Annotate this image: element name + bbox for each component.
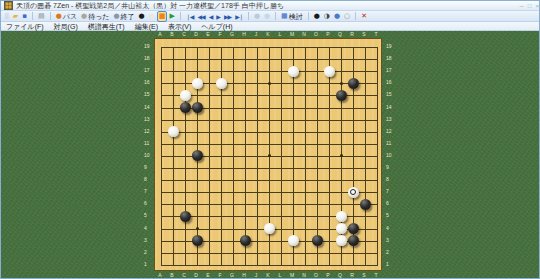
white-stone [288,66,299,77]
open-file-button[interactable]: ▰ [12,12,19,21]
grid-line-horizontal [161,204,378,205]
tool-b-button[interactable]: ● [263,12,271,21]
menu-replay[interactable]: 棋譜再生(T) [88,22,125,31]
star-point [340,154,343,157]
close-icon[interactable]: × [535,1,539,11]
pass-button[interactable]: ●パス [55,12,78,21]
black-stone-icon: ● [314,12,320,21]
column-letter-top: O [314,32,318,37]
back-10-icon: ◀◀ [198,12,205,21]
row-number-right: 14 [386,104,392,109]
white-stone [336,223,347,234]
row-number-right: 3 [386,237,389,242]
toolbar-separator [308,12,309,20]
last-move-icon: ▶❘ [235,12,243,21]
black-stone [348,235,359,246]
pale-stone-icon: ● [264,12,270,21]
menu-view[interactable]: 表示(V) [168,22,191,31]
column-letter-bottom: M [290,273,294,278]
first-move-icon: ❘◀ [186,12,194,21]
title-bar[interactable]: 天頂の囲碁 7Zen - 棋聖戦第2局／井山裕太（黒）対 一力遼棋聖／178手 … [1,1,540,11]
count-territory-button[interactable]: ◑ [323,12,331,21]
row-number-right: 12 [386,128,392,133]
save-icon: ▪ [22,12,27,21]
row-number-left: 9 [144,165,147,170]
row-number-left: 8 [144,177,147,182]
black-stone [240,235,251,246]
menu-edit[interactable]: 編集(E) [135,22,158,31]
menu-bar: ファイル(F)対局(G)棋譜再生(T)編集(E)表示(V)ヘルプ(H) [1,22,540,31]
app-icon [4,1,13,10]
column-letter-top: R [350,32,354,37]
app-window: 天頂の囲碁 7Zen - 棋聖戦第2局／井山裕太（黒）対 一力遼棋聖／178手 … [0,0,540,279]
black-stone [348,78,359,89]
black-stone [180,102,191,113]
black-stone [180,211,191,222]
column-letter-bottom: J [255,273,258,278]
column-letter-bottom: F [218,273,221,278]
row-number-right: 15 [386,92,392,97]
column-letter-bottom: N [302,273,306,278]
new-file-icon: ▯ [5,12,9,21]
row-number-left: 17 [144,68,150,73]
black-stone [336,90,347,101]
count-black-button[interactable]: ● [313,12,321,21]
column-letter-bottom: R [350,273,354,278]
black-stone [312,235,323,246]
gray-stone-icon: ● [81,12,87,21]
column-letter-top: L [279,32,282,37]
column-letter-bottom: L [279,273,282,278]
half-stone-icon: ◑ [324,12,330,21]
column-letter-bottom: G [230,273,234,278]
row-number-right: 19 [386,44,392,49]
toolbar-separator [248,12,249,20]
toolbar-separator [275,12,276,20]
column-letter-top: B [170,32,173,37]
column-letter-bottom: D [194,273,198,278]
count-blue-button[interactable]: ● [333,12,341,21]
black-stone [360,199,371,210]
minimize-icon[interactable]: ─ [520,1,524,11]
column-letter-bottom: H [242,273,246,278]
grid-line-vertical [317,47,318,266]
row-number-left: 2 [144,249,147,254]
grid-line-vertical [329,47,330,266]
last-move-marker-icon [350,189,356,195]
white-stone-button[interactable]: ● [148,12,156,21]
toolbar-separator [355,12,356,20]
column-letter-bottom: C [182,273,186,278]
black-stone-icon: ● [139,12,145,21]
grid-line-horizontal [161,180,378,181]
window-title: 天頂の囲碁 7Zen - 棋聖戦第2局／井山裕太（黒）対 一力遼棋聖／178手 … [16,1,284,11]
column-letter-bottom: O [314,273,318,278]
white-stone [192,78,203,89]
star-point [196,227,199,230]
row-number-left: 6 [144,201,147,206]
column-letter-top: Q [338,32,342,37]
forward-icon: ▶ [216,12,220,21]
orange-stone-icon: ● [56,12,62,21]
new-file-button[interactable]: ▯ [4,12,10,21]
column-letter-top: T [374,32,377,37]
white-stone [324,66,335,77]
end-button[interactable]: ●終了 [113,12,136,21]
print-button[interactable]: ▤ [37,12,46,21]
column-letter-top: M [290,32,294,37]
row-number-right: 10 [386,152,392,157]
star-point [340,82,343,85]
chart-icon: ▦ [281,12,288,21]
column-letter-top: H [242,32,246,37]
white-stone [216,78,227,89]
board-style-button[interactable]: ■ [158,12,167,21]
row-number-left: 13 [144,116,150,121]
toolbar: ▯▰▪▤●パス●待った●終了●●■▶❘◀◀◀◀▶▶▶▶❘●●▦検討●◑●○✕ [1,11,540,22]
column-letter-bottom: E [206,273,209,278]
column-letter-top: D [194,32,198,37]
nav-last-button[interactable]: ▶❘ [234,12,244,21]
black-stone [192,150,203,161]
row-number-left: 11 [144,140,149,145]
toolbar-separator [32,12,33,20]
delete-button[interactable]: ✕ [360,12,368,21]
grid-line-horizontal [161,265,378,266]
row-number-right: 4 [386,225,389,230]
back-icon: ◀ [209,12,213,21]
orange-square-icon: ■ [159,12,166,21]
row-number-right: 7 [386,189,389,194]
grid-line-horizontal [161,168,378,169]
column-letter-top: J [255,32,258,37]
row-number-right: 18 [386,56,392,61]
column-letter-top: A [158,32,161,37]
white-stone [180,90,191,101]
tool-a-button[interactable]: ● [253,12,261,21]
row-number-right: 9 [386,165,389,170]
column-letter-bottom: B [170,273,173,278]
menu-help[interactable]: ヘルプ(H) [201,22,232,31]
row-number-left: 16 [144,80,150,85]
star-point [268,154,271,157]
toolbar-separator [50,12,51,20]
black-stone [348,223,359,234]
white-stone [336,211,347,222]
grid-line-vertical [305,47,306,266]
go-board[interactable] [154,38,382,271]
undo-button-label: 待った [88,12,109,21]
column-letter-bottom: A [158,273,161,278]
row-number-left: 7 [144,189,147,194]
row-number-left: 10 [144,152,150,157]
star-point [268,82,271,85]
row-number-right: 2 [386,249,389,254]
column-letter-bottom: K [266,273,269,278]
nav-first-button[interactable]: ❘◀ [185,12,195,21]
column-letter-bottom: Q [338,273,342,278]
column-letter-top: K [266,32,269,37]
grid-line-horizontal [161,253,378,254]
play-icon: ▶ [169,12,174,21]
client-area: AABBCCDDEEFFGGHHJJKKLLMMNNOOPPQQRRSSTT19… [1,31,540,279]
white-stone [288,235,299,246]
grid-line-vertical [377,47,378,266]
analyze-button-label: 検討 [289,12,303,21]
column-letter-bottom: T [374,273,377,278]
row-number-right: 8 [386,177,389,182]
play-button[interactable]: ▶ [168,12,175,21]
nav-forward10-button[interactable]: ▶▶ [223,12,232,21]
menu-game[interactable]: 対局(G) [54,22,78,31]
white-stone [348,187,359,198]
open-folder-icon: ▰ [13,12,18,21]
grid-line-vertical [281,47,282,266]
nav-back10-button[interactable]: ◀◀ [197,12,206,21]
row-number-right: 13 [386,116,392,121]
black-stone [192,102,203,113]
column-letter-top: E [206,32,209,37]
row-number-left: 15 [144,92,150,97]
column-letter-top: G [230,32,234,37]
nav-back-button[interactable]: ◀ [208,12,214,21]
row-number-left: 4 [144,225,147,230]
column-letter-top: S [362,32,365,37]
printer-icon: ▤ [38,12,45,21]
grid-line-horizontal [161,192,378,193]
menu-file[interactable]: ファイル(F) [6,22,44,31]
maximize-icon[interactable]: □ [528,1,532,11]
row-number-right: 16 [386,80,392,85]
count-white-button[interactable]: ○ [343,12,351,21]
column-letter-top: C [182,32,186,37]
column-letter-top: F [218,32,221,37]
grid-line-vertical [365,47,366,266]
white-stone [168,126,179,137]
column-letter-top: P [326,32,329,37]
toolbar-separator [180,12,181,20]
pass-button-label: パス [63,12,77,21]
pale-stone-icon: ● [254,12,260,21]
row-number-left: 1 [144,261,147,266]
black-stone-button[interactable]: ● [138,12,146,21]
white-stone [264,223,275,234]
row-number-left: 5 [144,213,147,218]
row-number-right: 17 [386,68,392,73]
column-letter-bottom: P [326,273,329,278]
row-number-left: 18 [144,56,150,61]
row-number-right: 11 [386,140,391,145]
row-number-left: 3 [144,237,147,242]
red-x-icon: ✕ [361,12,367,21]
white-stone [336,235,347,246]
row-number-left: 12 [144,128,150,133]
black-stone [192,235,203,246]
row-number-right: 5 [386,213,389,218]
grid-line-vertical [293,47,294,266]
row-number-left: 19 [144,44,150,49]
white-stone-icon: ● [149,12,155,21]
nav-forward-button[interactable]: ▶ [215,12,221,21]
analyze-button[interactable]: ▦検討 [280,12,304,21]
column-letter-bottom: S [362,273,365,278]
window-controls[interactable]: ─□× [520,1,539,11]
undo-button[interactable]: ●待った [80,12,110,21]
row-number-left: 14 [144,104,150,109]
slate-stone-icon: ● [114,12,120,21]
column-letter-top: N [302,32,306,37]
end-button-label: 終了 [121,12,135,21]
save-button[interactable]: ▪ [21,12,28,21]
blue-stone-icon: ● [334,12,340,21]
forward-10-icon: ▶▶ [224,12,231,21]
row-number-right: 6 [386,201,389,206]
outline-stone-icon: ○ [344,12,350,21]
row-number-right: 1 [386,261,389,266]
